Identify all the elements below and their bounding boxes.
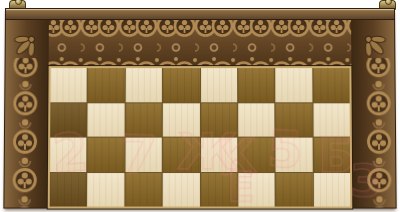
- board-square: [276, 173, 313, 207]
- board-square: [313, 173, 350, 207]
- board-square: [238, 68, 275, 102]
- board-square: [125, 173, 162, 207]
- board-square: [276, 138, 313, 172]
- board-square: [238, 173, 275, 207]
- board-square: [163, 173, 200, 207]
- board-square: [50, 103, 87, 137]
- chess-board: [48, 66, 353, 208]
- board-square: [88, 103, 125, 137]
- board-square: [201, 68, 238, 102]
- board-square: [313, 138, 350, 172]
- board-square: [163, 68, 200, 102]
- board-square: [276, 103, 313, 137]
- board-square: [50, 138, 87, 172]
- board-square: [313, 68, 350, 102]
- board-square: [238, 103, 275, 137]
- board-square: [313, 103, 350, 137]
- board-square: [88, 138, 125, 172]
- board-square: [125, 68, 162, 102]
- case-top-edge: [5, 8, 395, 20]
- board-square: [50, 68, 87, 102]
- board-square: [163, 103, 200, 137]
- board-square: [201, 103, 238, 137]
- board-square: [125, 103, 162, 137]
- board-square: [163, 138, 200, 172]
- board-square: [238, 138, 275, 172]
- board-square: [275, 68, 312, 102]
- board-square: [88, 68, 125, 102]
- chess-case: 27ЖК5ЕБЗ: [3, 8, 396, 209]
- product-photo: 27ЖК5ЕБЗ: [0, 0, 400, 212]
- board-square: [201, 138, 238, 172]
- board-square: [201, 173, 238, 207]
- board-square: [50, 173, 87, 207]
- board-square: [125, 138, 162, 172]
- board-square: [87, 173, 124, 207]
